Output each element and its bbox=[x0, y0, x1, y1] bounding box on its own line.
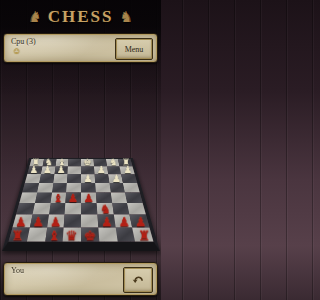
board-square[interactable]: ♟ bbox=[81, 174, 95, 183]
red-queen-piece[interactable]: ♛ bbox=[62, 229, 80, 242]
cpu-player-bar: Cpu (3) ☺ Menu bbox=[3, 33, 158, 63]
board-square[interactable] bbox=[68, 159, 81, 166]
board-square[interactable] bbox=[81, 214, 98, 227]
knight-icon: ♞ bbox=[28, 10, 41, 25]
red-pawn-piece[interactable]: ♟ bbox=[81, 192, 96, 203]
board-square[interactable] bbox=[16, 203, 35, 215]
board-square[interactable] bbox=[22, 183, 39, 193]
ivory-pawn-piece[interactable]: ♟ bbox=[94, 165, 107, 175]
ivory-pawn-piece[interactable]: ♟ bbox=[40, 165, 53, 175]
app-title: CHESS bbox=[48, 7, 114, 27]
board-square[interactable] bbox=[63, 214, 80, 227]
board-square[interactable]: ♜ bbox=[8, 227, 29, 241]
board-square[interactable]: ♟ bbox=[81, 192, 96, 202]
board-square[interactable]: ♟ bbox=[93, 166, 107, 174]
red-rook-piece[interactable]: ♜ bbox=[135, 229, 153, 242]
board-square[interactable]: ♟ bbox=[29, 214, 48, 227]
board-square[interactable]: ♟ bbox=[27, 166, 42, 174]
you-label: You bbox=[11, 266, 24, 275]
board-square[interactable] bbox=[127, 203, 146, 215]
board-square[interactable] bbox=[111, 203, 129, 215]
board-square[interactable] bbox=[24, 174, 40, 183]
board-square[interactable] bbox=[48, 203, 65, 215]
board-square[interactable] bbox=[36, 183, 52, 193]
board-square[interactable]: ♝ bbox=[44, 227, 63, 241]
app-header: ♞ CHESS ♞ bbox=[0, 4, 161, 30]
red-king-piece[interactable]: ♚ bbox=[81, 229, 99, 242]
undo-button[interactable]: ↶ bbox=[123, 267, 153, 293]
red-knight-piece[interactable]: ♞ bbox=[97, 203, 113, 215]
red-pawn-piece[interactable]: ♟ bbox=[115, 215, 132, 228]
board-square[interactable]: ♟ bbox=[113, 214, 132, 227]
board-square[interactable]: ♚ bbox=[81, 159, 94, 166]
board-square[interactable] bbox=[66, 174, 80, 183]
board-area: ♜♞♝♚♞♜♟♟♟♟♟♟♟♝♟♟♞♟♟♟♟♟♟♜♝♛♚♜ bbox=[0, 88, 161, 251]
red-pawn-piece[interactable]: ♟ bbox=[132, 215, 149, 228]
board-square[interactable] bbox=[109, 183, 125, 193]
chess-board[interactable]: ♜♞♝♚♞♜♟♟♟♟♟♟♟♝♟♟♞♟♟♟♟♟♟♜♝♛♚♜ bbox=[2, 158, 160, 251]
board-square[interactable] bbox=[123, 183, 140, 193]
ivory-pawn-piece[interactable]: ♟ bbox=[54, 165, 67, 175]
board-square[interactable]: ♟ bbox=[40, 166, 55, 174]
board-square[interactable] bbox=[81, 203, 97, 215]
board-square[interactable] bbox=[32, 203, 50, 215]
red-bishop-piece[interactable]: ♝ bbox=[50, 192, 65, 203]
ivory-knight-piece[interactable]: ♞ bbox=[106, 157, 119, 166]
red-bishop-piece[interactable]: ♝ bbox=[44, 229, 62, 242]
ivory-pawn-piece[interactable]: ♟ bbox=[27, 165, 41, 175]
board-square[interactable] bbox=[125, 192, 143, 202]
board-square[interactable]: ♝ bbox=[50, 192, 66, 202]
board-square[interactable]: ♟ bbox=[46, 214, 64, 227]
board-square[interactable] bbox=[38, 174, 53, 183]
you-player-bar: You ↶ bbox=[3, 262, 158, 296]
undo-arrow-icon: ↶ bbox=[132, 271, 145, 289]
board-square[interactable]: ♚ bbox=[81, 227, 99, 241]
ivory-pawn-piece[interactable]: ♟ bbox=[81, 173, 95, 183]
board-square[interactable] bbox=[94, 174, 109, 183]
board-square[interactable]: ♟ bbox=[65, 192, 80, 202]
board-square[interactable] bbox=[52, 174, 67, 183]
board-square[interactable]: ♞ bbox=[96, 203, 113, 215]
board-square[interactable]: ♜ bbox=[132, 227, 153, 241]
board-square[interactable] bbox=[64, 203, 80, 215]
menu-button[interactable]: Menu bbox=[115, 38, 153, 60]
knight-icon: ♞ bbox=[119, 10, 132, 25]
red-pawn-piece[interactable]: ♟ bbox=[29, 215, 46, 228]
board-square[interactable]: ♟ bbox=[129, 214, 149, 227]
board-square[interactable] bbox=[110, 192, 127, 202]
board-square[interactable] bbox=[98, 227, 117, 241]
board-square[interactable]: ♟ bbox=[54, 166, 68, 174]
board-square[interactable] bbox=[26, 227, 46, 241]
menu-button-label: Menu bbox=[125, 45, 144, 54]
red-pawn-piece[interactable]: ♟ bbox=[12, 215, 29, 228]
red-pawn-piece[interactable]: ♟ bbox=[65, 192, 80, 203]
board-square[interactable]: ♛ bbox=[62, 227, 80, 241]
cpu-label: Cpu (3) bbox=[11, 37, 36, 46]
board-square[interactable] bbox=[34, 192, 51, 202]
red-rook-piece[interactable]: ♜ bbox=[8, 229, 26, 242]
board-square[interactable] bbox=[95, 183, 110, 193]
board-square[interactable] bbox=[67, 166, 80, 174]
ivory-king-piece[interactable]: ♚ bbox=[81, 157, 94, 166]
ivory-pawn-piece[interactable]: ♟ bbox=[109, 173, 123, 183]
board-square[interactable]: ♟ bbox=[107, 174, 122, 183]
board-square[interactable] bbox=[19, 192, 37, 202]
board-square[interactable]: ♟ bbox=[97, 214, 115, 227]
red-pawn-piece[interactable]: ♟ bbox=[46, 215, 63, 228]
smiley-face-icon: ☺ bbox=[12, 47, 21, 56]
red-pawn-piece[interactable]: ♟ bbox=[98, 215, 115, 228]
